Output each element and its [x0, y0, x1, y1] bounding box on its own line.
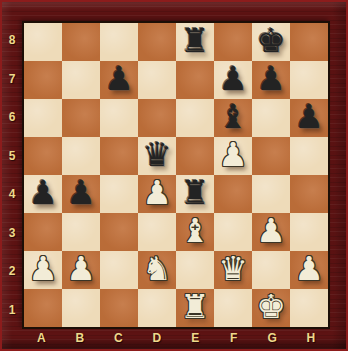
square-e6[interactable] — [176, 99, 214, 137]
square-e8[interactable]: ♜ — [176, 23, 214, 61]
square-e2[interactable] — [176, 251, 214, 289]
square-g6[interactable] — [252, 99, 290, 137]
square-f4[interactable] — [214, 175, 252, 213]
square-d2[interactable]: ♞ — [138, 251, 176, 289]
piece-black-pawn-icon[interactable]: ♟ — [66, 174, 96, 212]
square-f1[interactable] — [214, 289, 252, 327]
file-label-c: C — [99, 329, 138, 351]
square-g1[interactable]: ♚ — [252, 289, 290, 327]
rank-label-8: 8 — [2, 21, 22, 60]
square-g7[interactable]: ♟ — [252, 61, 290, 99]
chess-board-window: 87654321 ♜♚♟♟♟♝♟♛♟♟♟♟♜♝♟♟♟♞♛♟♜♚ ABCDEFGH — [0, 0, 348, 351]
rank-label-6: 6 — [2, 98, 22, 137]
square-f5[interactable]: ♟ — [214, 137, 252, 175]
square-c8[interactable] — [100, 23, 138, 61]
piece-white-king-icon[interactable]: ♚ — [256, 288, 286, 326]
square-a2[interactable]: ♟ — [24, 251, 62, 289]
square-h8[interactable] — [290, 23, 328, 61]
piece-white-pawn-icon[interactable]: ♟ — [142, 174, 172, 212]
square-d8[interactable] — [138, 23, 176, 61]
piece-white-queen-icon[interactable]: ♛ — [218, 250, 248, 288]
piece-white-pawn-icon[interactable]: ♟ — [256, 212, 286, 250]
square-e4[interactable]: ♜ — [176, 175, 214, 213]
rank-label-1: 1 — [2, 291, 22, 330]
square-e3[interactable]: ♝ — [176, 213, 214, 251]
rank-labels: 87654321 — [2, 21, 22, 329]
square-c2[interactable] — [100, 251, 138, 289]
piece-black-king-icon[interactable]: ♚ — [256, 22, 286, 60]
square-e5[interactable] — [176, 137, 214, 175]
square-d1[interactable] — [138, 289, 176, 327]
square-f2[interactable]: ♛ — [214, 251, 252, 289]
square-h3[interactable] — [290, 213, 328, 251]
square-a1[interactable] — [24, 289, 62, 327]
square-c5[interactable] — [100, 137, 138, 175]
square-f3[interactable] — [214, 213, 252, 251]
square-b6[interactable] — [62, 99, 100, 137]
piece-white-bishop-icon[interactable]: ♝ — [180, 212, 210, 250]
square-c6[interactable] — [100, 99, 138, 137]
square-b2[interactable]: ♟ — [62, 251, 100, 289]
piece-black-bishop-icon[interactable]: ♝ — [218, 98, 248, 136]
piece-black-pawn-icon[interactable]: ♟ — [28, 174, 58, 212]
square-a3[interactable] — [24, 213, 62, 251]
piece-black-pawn-icon[interactable]: ♟ — [256, 60, 286, 98]
square-d3[interactable] — [138, 213, 176, 251]
rank-label-3: 3 — [2, 214, 22, 253]
square-g8[interactable]: ♚ — [252, 23, 290, 61]
rank-label-2: 2 — [2, 252, 22, 291]
square-d7[interactable] — [138, 61, 176, 99]
file-label-d: D — [138, 329, 177, 351]
file-label-b: B — [61, 329, 100, 351]
square-b8[interactable] — [62, 23, 100, 61]
square-a4[interactable]: ♟ — [24, 175, 62, 213]
piece-black-pawn-icon[interactable]: ♟ — [218, 60, 248, 98]
piece-black-pawn-icon[interactable]: ♟ — [294, 98, 324, 136]
chess-board[interactable]: ♜♚♟♟♟♝♟♛♟♟♟♟♜♝♟♟♟♞♛♟♜♚ — [22, 21, 330, 329]
square-h4[interactable] — [290, 175, 328, 213]
square-d5[interactable]: ♛ — [138, 137, 176, 175]
piece-black-pawn-icon[interactable]: ♟ — [104, 60, 134, 98]
square-f6[interactable]: ♝ — [214, 99, 252, 137]
square-f8[interactable] — [214, 23, 252, 61]
piece-white-pawn-icon[interactable]: ♟ — [218, 136, 248, 174]
file-label-g: G — [253, 329, 292, 351]
square-h7[interactable] — [290, 61, 328, 99]
square-c1[interactable] — [100, 289, 138, 327]
square-f7[interactable]: ♟ — [214, 61, 252, 99]
square-g4[interactable] — [252, 175, 290, 213]
square-c7[interactable]: ♟ — [100, 61, 138, 99]
square-e1[interactable]: ♜ — [176, 289, 214, 327]
square-d6[interactable] — [138, 99, 176, 137]
piece-white-pawn-icon[interactable]: ♟ — [28, 250, 58, 288]
file-labels: ABCDEFGH — [22, 329, 330, 351]
piece-black-rook-icon[interactable]: ♜ — [180, 174, 210, 212]
piece-white-pawn-icon[interactable]: ♟ — [66, 250, 96, 288]
rank-label-7: 7 — [2, 60, 22, 99]
square-c3[interactable] — [100, 213, 138, 251]
file-label-f: F — [215, 329, 254, 351]
file-label-a: A — [22, 329, 61, 351]
square-g5[interactable] — [252, 137, 290, 175]
file-label-e: E — [176, 329, 215, 351]
square-b1[interactable] — [62, 289, 100, 327]
file-label-h: H — [292, 329, 331, 351]
square-b3[interactable] — [62, 213, 100, 251]
square-g3[interactable]: ♟ — [252, 213, 290, 251]
square-g2[interactable] — [252, 251, 290, 289]
square-a8[interactable] — [24, 23, 62, 61]
piece-white-knight-icon[interactable]: ♞ — [142, 250, 172, 288]
square-h1[interactable] — [290, 289, 328, 327]
piece-white-rook-icon[interactable]: ♜ — [180, 288, 210, 326]
square-a6[interactable] — [24, 99, 62, 137]
piece-black-queen-icon[interactable]: ♛ — [142, 136, 172, 174]
square-b5[interactable] — [62, 137, 100, 175]
square-h6[interactable]: ♟ — [290, 99, 328, 137]
rank-label-4: 4 — [2, 175, 22, 214]
square-b4[interactable]: ♟ — [62, 175, 100, 213]
piece-white-pawn-icon[interactable]: ♟ — [294, 250, 324, 288]
piece-black-rook-icon[interactable]: ♜ — [180, 22, 210, 60]
square-c4[interactable] — [100, 175, 138, 213]
square-b7[interactable] — [62, 61, 100, 99]
square-d4[interactable]: ♟ — [138, 175, 176, 213]
rank-label-5: 5 — [2, 137, 22, 176]
square-h2[interactable]: ♟ — [290, 251, 328, 289]
square-e7[interactable] — [176, 61, 214, 99]
square-h5[interactable] — [290, 137, 328, 175]
square-a7[interactable] — [24, 61, 62, 99]
square-a5[interactable] — [24, 137, 62, 175]
